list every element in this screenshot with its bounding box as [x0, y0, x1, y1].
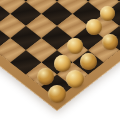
ball-2-r3c6 — [86, 19, 102, 35]
ball-7-r7c6 — [37, 68, 54, 85]
ball-6-r6c6 — [54, 55, 71, 72]
ball-5-r5c7 — [80, 53, 97, 70]
ball-8-r6c7 — [66, 70, 84, 88]
board-photo-scene — [0, 0, 120, 120]
ball-9-r7c7 — [48, 85, 66, 103]
pieces-layer — [0, 0, 120, 120]
ball-4-r5c6 — [67, 38, 83, 54]
ball-3-r3c7 — [102, 34, 118, 50]
ball-1-r2c6 — [100, 6, 115, 21]
